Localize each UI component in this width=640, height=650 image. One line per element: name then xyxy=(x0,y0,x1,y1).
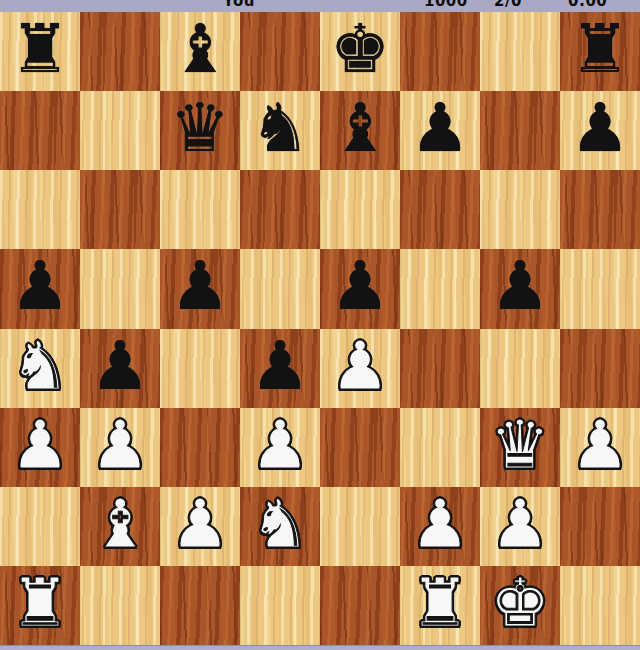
white-king: ♚ xyxy=(490,570,550,637)
white-pawn: ♟ xyxy=(170,491,230,558)
square-c2[interactable]: ♟ xyxy=(160,487,240,566)
black-pawn: ♟ xyxy=(410,95,470,162)
square-a1[interactable]: ♜ xyxy=(0,566,80,645)
square-c8[interactable]: ♝ xyxy=(160,12,240,91)
black-bishop: ♝ xyxy=(170,16,230,83)
square-g4[interactable] xyxy=(480,329,560,408)
square-b2[interactable]: ♝ xyxy=(80,487,160,566)
square-b4[interactable]: ♟ xyxy=(80,329,160,408)
bottom-bar xyxy=(0,645,640,650)
square-d1[interactable] xyxy=(240,566,320,645)
chess-board: ♜♝♚♜♛♞♝♟♟♟♟♟♟♞♟♟♟♟♟♟♛♟♝♟♞♟♟♜♜♚ xyxy=(0,12,640,645)
square-h2[interactable] xyxy=(560,487,640,566)
time-control-text: 2/0 xyxy=(494,0,522,10)
black-pawn: ♟ xyxy=(490,253,550,320)
square-h1[interactable] xyxy=(560,566,640,645)
white-pawn: ♟ xyxy=(250,412,310,479)
square-g8[interactable] xyxy=(480,12,560,91)
white-rook: ♜ xyxy=(10,570,70,637)
white-pawn: ♟ xyxy=(90,412,150,479)
square-b1[interactable] xyxy=(80,566,160,645)
square-d2[interactable]: ♞ xyxy=(240,487,320,566)
square-e6[interactable] xyxy=(320,170,400,249)
square-b7[interactable] xyxy=(80,91,160,170)
square-d7[interactable]: ♞ xyxy=(240,91,320,170)
square-h6[interactable] xyxy=(560,170,640,249)
square-h3[interactable]: ♟ xyxy=(560,408,640,487)
square-e2[interactable] xyxy=(320,487,400,566)
square-c4[interactable] xyxy=(160,329,240,408)
clock-text: 0:00 xyxy=(568,0,607,10)
square-a2[interactable] xyxy=(0,487,80,566)
top-status-bar: You 1000 2/0 0:00 xyxy=(0,0,640,12)
square-b5[interactable] xyxy=(80,249,160,328)
black-bishop: ♝ xyxy=(330,95,390,162)
black-pawn: ♟ xyxy=(10,253,70,320)
square-f7[interactable]: ♟ xyxy=(400,91,480,170)
square-d6[interactable] xyxy=(240,170,320,249)
square-f8[interactable] xyxy=(400,12,480,91)
black-rook: ♜ xyxy=(570,16,630,83)
square-e7[interactable]: ♝ xyxy=(320,91,400,170)
square-g1[interactable]: ♚ xyxy=(480,566,560,645)
square-f6[interactable] xyxy=(400,170,480,249)
black-queen: ♛ xyxy=(170,95,230,162)
square-g2[interactable]: ♟ xyxy=(480,487,560,566)
square-h4[interactable] xyxy=(560,329,640,408)
square-c7[interactable]: ♛ xyxy=(160,91,240,170)
square-f1[interactable]: ♜ xyxy=(400,566,480,645)
square-e4[interactable]: ♟ xyxy=(320,329,400,408)
square-f4[interactable] xyxy=(400,329,480,408)
square-c3[interactable] xyxy=(160,408,240,487)
black-pawn: ♟ xyxy=(90,333,150,400)
square-h8[interactable]: ♜ xyxy=(560,12,640,91)
square-h5[interactable] xyxy=(560,249,640,328)
square-h7[interactable]: ♟ xyxy=(560,91,640,170)
white-queen: ♛ xyxy=(490,412,550,479)
black-pawn: ♟ xyxy=(250,333,310,400)
square-a7[interactable] xyxy=(0,91,80,170)
square-a5[interactable]: ♟ xyxy=(0,249,80,328)
white-knight: ♞ xyxy=(10,333,70,400)
square-g7[interactable] xyxy=(480,91,560,170)
square-c5[interactable]: ♟ xyxy=(160,249,240,328)
square-b8[interactable] xyxy=(80,12,160,91)
white-bishop: ♝ xyxy=(90,491,150,558)
white-pawn: ♟ xyxy=(570,412,630,479)
black-pawn: ♟ xyxy=(570,95,630,162)
square-f3[interactable] xyxy=(400,408,480,487)
square-f5[interactable] xyxy=(400,249,480,328)
square-d3[interactable]: ♟ xyxy=(240,408,320,487)
white-pawn: ♟ xyxy=(490,491,550,558)
square-g6[interactable] xyxy=(480,170,560,249)
square-d5[interactable] xyxy=(240,249,320,328)
square-c6[interactable] xyxy=(160,170,240,249)
square-d8[interactable] xyxy=(240,12,320,91)
square-a4[interactable]: ♞ xyxy=(0,329,80,408)
square-e1[interactable] xyxy=(320,566,400,645)
square-g5[interactable]: ♟ xyxy=(480,249,560,328)
square-a6[interactable] xyxy=(0,170,80,249)
square-g3[interactable]: ♛ xyxy=(480,408,560,487)
white-pawn: ♟ xyxy=(410,491,470,558)
black-pawn: ♟ xyxy=(330,253,390,320)
white-pawn: ♟ xyxy=(330,333,390,400)
square-c1[interactable] xyxy=(160,566,240,645)
square-e8[interactable]: ♚ xyxy=(320,12,400,91)
rating-text: 1000 xyxy=(424,0,468,10)
white-pawn: ♟ xyxy=(10,412,70,479)
square-f2[interactable]: ♟ xyxy=(400,487,480,566)
square-e3[interactable] xyxy=(320,408,400,487)
black-king: ♚ xyxy=(330,16,390,83)
white-rook: ♜ xyxy=(410,570,470,637)
white-knight: ♞ xyxy=(250,491,310,558)
square-a8[interactable]: ♜ xyxy=(0,12,80,91)
black-knight: ♞ xyxy=(250,95,310,162)
square-e5[interactable]: ♟ xyxy=(320,249,400,328)
square-d4[interactable]: ♟ xyxy=(240,329,320,408)
square-b3[interactable]: ♟ xyxy=(80,408,160,487)
black-pawn: ♟ xyxy=(170,253,230,320)
square-b6[interactable] xyxy=(80,170,160,249)
player-label: You xyxy=(223,0,255,10)
black-rook: ♜ xyxy=(10,16,70,83)
square-a3[interactable]: ♟ xyxy=(0,408,80,487)
